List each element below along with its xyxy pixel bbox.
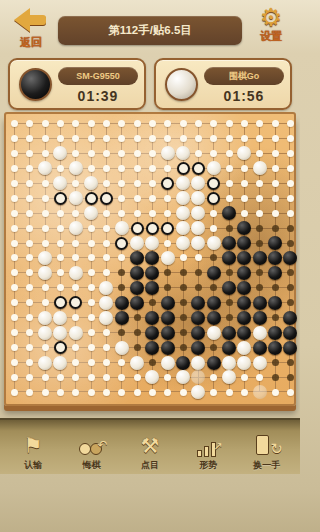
white-territory-dot (11, 240, 18, 247)
white-territory-dot (226, 195, 233, 202)
white-territory-dot (272, 150, 279, 157)
toolbar-label: 认输 (7, 459, 59, 471)
back-button[interactable]: 返回 (8, 6, 54, 52)
dead-black-stone (54, 341, 67, 354)
black-territory-dot (180, 329, 187, 336)
white-territory-dot (88, 389, 95, 396)
black-territory-dot (272, 314, 279, 321)
black-stone (283, 341, 297, 355)
white-stone (69, 266, 83, 280)
white-stone (253, 326, 267, 340)
white-territory-dot (226, 180, 233, 187)
black-stone (207, 266, 221, 280)
black-territory-dot (287, 240, 294, 247)
white-stone (161, 356, 175, 370)
black-stone (253, 341, 267, 355)
white-territory-dot (149, 165, 156, 172)
dead-black-stone (54, 192, 67, 205)
white-territory-dot (134, 389, 141, 396)
white-territory-dot (72, 240, 79, 247)
white-territory-dot (103, 135, 110, 142)
black-stone (268, 266, 282, 280)
white-territory-dot (149, 150, 156, 157)
white-territory-dot (42, 210, 49, 217)
black-stone (161, 311, 175, 325)
white-territory-dot (149, 180, 156, 187)
white-territory-dot (195, 135, 202, 142)
white-territory-dot (88, 120, 95, 127)
black-stone (253, 311, 267, 325)
white-territory-dot (88, 374, 95, 381)
dead-black-stone (207, 192, 220, 205)
white-territory-dot (72, 210, 79, 217)
dead-black-stone (100, 192, 113, 205)
white-territory-dot (210, 389, 217, 396)
white-territory-dot (42, 150, 49, 157)
white-territory-dot (226, 150, 233, 157)
black-stone (222, 326, 236, 340)
black-stone (268, 326, 282, 340)
black-stone (161, 296, 175, 310)
white-territory-dot (42, 135, 49, 142)
white-territory-dot (149, 195, 156, 202)
white-territory-dot (195, 150, 202, 157)
white-territory-dot (164, 389, 171, 396)
black-territory-dot (287, 225, 294, 232)
dead-black-stone (161, 222, 174, 235)
toolbar-label: 点目 (124, 459, 176, 471)
toolbar-button-2[interactable]: ↶悔棋 (66, 433, 118, 471)
white-stone (38, 326, 52, 340)
white-territory-dot (118, 389, 125, 396)
white-territory-dot (226, 165, 233, 172)
white-territory-dot (118, 195, 125, 202)
white-territory-dot (57, 120, 64, 127)
white-territory-dot (118, 210, 125, 217)
back-label: 返回 (8, 36, 54, 49)
black-territory-dot (226, 225, 233, 232)
white-territory-dot (103, 389, 110, 396)
white-territory-dot (195, 120, 202, 127)
black-territory-dot (272, 374, 279, 381)
white-territory-dot (134, 135, 141, 142)
white-territory-dot (272, 135, 279, 142)
white-territory-dot (241, 165, 248, 172)
black-territory-dot (226, 314, 233, 321)
black-stone (145, 341, 159, 355)
black-stone (253, 251, 267, 265)
black-territory-dot (180, 344, 187, 351)
white-territory-dot (103, 150, 110, 157)
toolbar-label: 形势 (182, 459, 234, 471)
white-territory-dot (210, 210, 217, 217)
black-territory-dot (272, 284, 279, 291)
black-territory-dot (287, 374, 294, 381)
white-territory-dot (287, 389, 294, 396)
toolbar-button-1[interactable]: ⚑认输 (7, 433, 59, 471)
dead-black-stone (146, 222, 159, 235)
black-stone (222, 341, 236, 355)
bottom-toolbar: ⚑认输↶悔棋⚒点目↗形势↻换一手 (0, 418, 300, 474)
white-territory-dot (57, 210, 64, 217)
white-territory-dot (42, 299, 49, 306)
white-territory-dot (11, 180, 18, 187)
white-territory-dot (226, 389, 233, 396)
white-stone (207, 326, 221, 340)
white-territory-dot (42, 240, 49, 247)
white-player-clock: 01:56 (204, 88, 284, 108)
white-territory-dot (287, 195, 294, 202)
black-stone (130, 266, 144, 280)
white-territory-dot (11, 135, 18, 142)
white-territory-dot (103, 240, 110, 247)
white-stone (191, 385, 205, 399)
white-territory-dot (241, 374, 248, 381)
black-territory-dot (256, 240, 263, 247)
black-stone (207, 296, 221, 310)
toolbar-label: 悔棋 (66, 459, 118, 471)
top-bar: 返回 第112手/贴6.5目 ⚙ 设置 (0, 0, 300, 56)
black-stone (161, 326, 175, 340)
black-territory-dot (226, 269, 233, 276)
white-territory-dot (241, 135, 248, 142)
black-territory-dot (272, 359, 279, 366)
black-stone (130, 296, 144, 310)
white-stone (69, 221, 83, 235)
white-stone (253, 161, 267, 175)
white-territory-dot (26, 389, 33, 396)
move-counter-title: 第112手/贴6.5目 (58, 16, 242, 45)
white-territory-dot (134, 374, 141, 381)
white-territory-dot (88, 314, 95, 321)
white-territory-dot (272, 195, 279, 202)
white-territory-dot (42, 195, 49, 202)
white-territory-dot (134, 150, 141, 157)
white-stone (69, 326, 83, 340)
toolbar-button-5[interactable]: ↻换一手 (241, 433, 293, 471)
ghost-white-stone (253, 385, 267, 399)
white-territory-dot (287, 210, 294, 217)
white-territory-dot (88, 150, 95, 157)
black-territory-dot (287, 284, 294, 291)
white-territory-dot (272, 180, 279, 187)
white-territory-dot (103, 210, 110, 217)
white-stone (207, 236, 221, 250)
white-stone (38, 311, 52, 325)
black-stone (222, 281, 236, 295)
black-stone (207, 311, 221, 325)
white-territory-dot (88, 329, 95, 336)
toolbar-button-3[interactable]: ⚒点目 (124, 433, 176, 471)
black-stone (268, 251, 282, 265)
black-stone (191, 341, 205, 355)
white-territory-dot (134, 165, 141, 172)
white-territory-dot (272, 120, 279, 127)
white-territory-dot (241, 120, 248, 127)
resign-flag-icon: ⚑ (7, 433, 59, 459)
black-stone (115, 296, 129, 310)
white-territory-dot (57, 240, 64, 247)
settings-label: 设置 (248, 30, 294, 43)
black-territory-dot (272, 225, 279, 232)
white-stone (38, 266, 52, 280)
white-territory-dot (272, 210, 279, 217)
white-territory-dot (149, 389, 156, 396)
white-territory-dot (272, 389, 279, 396)
white-stone (53, 356, 67, 370)
white-territory-dot (287, 180, 294, 187)
count-points-icon: ⚒ (124, 433, 176, 459)
white-stone (38, 356, 52, 370)
white-territory-dot (272, 165, 279, 172)
white-territory-dot (11, 150, 18, 157)
toolbar-label: 换一手 (241, 459, 293, 471)
white-territory-dot (164, 240, 171, 247)
white-territory-dot (26, 225, 33, 232)
white-territory-dot (26, 240, 33, 247)
black-territory-dot (180, 314, 187, 321)
white-territory-dot (42, 389, 49, 396)
black-player-clock: 01:39 (58, 88, 138, 108)
white-territory-dot (241, 210, 248, 217)
player-card-white: 围棋Go 01:56 (154, 58, 292, 110)
white-stone (69, 191, 83, 205)
dead-black-stone (115, 237, 128, 250)
white-territory-dot (11, 389, 18, 396)
white-territory-dot (103, 165, 110, 172)
white-stone (237, 356, 251, 370)
white-territory-dot (88, 359, 95, 366)
white-territory-dot (241, 195, 248, 202)
black-territory-dot (256, 225, 263, 232)
white-territory-dot (287, 135, 294, 142)
white-territory-dot (180, 120, 187, 127)
white-territory-dot (226, 135, 233, 142)
white-territory-dot (72, 389, 79, 396)
white-territory-dot (149, 120, 156, 127)
black-stone-avatar (19, 68, 52, 101)
white-territory-dot (134, 120, 141, 127)
white-territory-dot (287, 165, 294, 172)
dead-black-stone (131, 222, 144, 235)
white-stone (161, 251, 175, 265)
white-territory-dot (42, 344, 49, 351)
black-stone (115, 311, 129, 325)
white-territory-dot (88, 344, 95, 351)
dead-black-stone (85, 192, 98, 205)
white-territory-dot (134, 180, 141, 187)
black-stone (268, 296, 282, 310)
white-territory-dot (134, 195, 141, 202)
black-territory-dot (226, 299, 233, 306)
white-territory-dot (88, 165, 95, 172)
dead-black-stone (161, 177, 174, 190)
white-territory-dot (11, 165, 18, 172)
black-territory-dot (149, 359, 156, 366)
white-territory-dot (287, 120, 294, 127)
white-stone (130, 356, 144, 370)
black-stone (268, 341, 282, 355)
white-territory-dot (42, 180, 49, 187)
dead-black-stone (192, 162, 205, 175)
white-territory-dot (11, 359, 18, 366)
black-stone (253, 296, 267, 310)
white-territory-dot (103, 359, 110, 366)
black-territory-dot (287, 269, 294, 276)
black-stone (207, 356, 221, 370)
white-territory-dot (42, 374, 49, 381)
white-stone (38, 251, 52, 265)
white-territory-dot (42, 225, 49, 232)
white-stone (191, 356, 205, 370)
white-territory-dot (103, 225, 110, 232)
white-territory-dot (256, 195, 263, 202)
white-territory-dot (42, 120, 49, 127)
black-territory-dot (134, 329, 141, 336)
player-card-black: SM-G9550 01:39 (8, 58, 146, 110)
dead-black-stone (207, 177, 220, 190)
white-territory-dot (210, 225, 217, 232)
dead-black-stone (177, 162, 190, 175)
white-territory-dot (256, 180, 263, 187)
black-stone (283, 251, 297, 265)
white-territory-dot (103, 374, 110, 381)
white-stone (222, 356, 236, 370)
settings-button[interactable]: ⚙ 设置 (248, 4, 294, 54)
white-stone (207, 161, 221, 175)
swap-move-icon: ↻ (241, 433, 293, 459)
black-territory-dot (287, 299, 294, 306)
white-player-name: 围棋Go (204, 67, 284, 85)
white-territory-dot (287, 150, 294, 157)
white-territory-dot (11, 374, 18, 381)
white-territory-dot (226, 120, 233, 127)
white-territory-dot (57, 225, 64, 232)
white-territory-dot (180, 135, 187, 142)
white-territory-dot (164, 210, 171, 217)
black-territory-dot (287, 359, 294, 366)
gear-icon: ⚙ (260, 3, 282, 31)
black-territory-dot (134, 344, 141, 351)
black-territory-dot (134, 314, 141, 321)
black-stone (130, 251, 144, 265)
toolbar-button-4[interactable]: ↗形势 (182, 433, 234, 471)
black-stone (161, 341, 175, 355)
white-territory-dot (134, 210, 141, 217)
undo-stones-icon: ↶ (66, 433, 118, 459)
white-territory-dot (11, 225, 18, 232)
white-stone (115, 221, 129, 235)
white-territory-dot (164, 195, 171, 202)
black-stone (176, 356, 190, 370)
white-territory-dot (180, 389, 187, 396)
white-territory-dot (57, 374, 64, 381)
white-territory-dot (57, 135, 64, 142)
white-territory-dot (88, 284, 95, 291)
go-board[interactable] (4, 112, 296, 406)
white-territory-dot (103, 344, 110, 351)
black-stone (283, 311, 297, 325)
white-territory-dot (149, 210, 156, 217)
white-stone-avatar (165, 68, 198, 101)
white-territory-dot (57, 165, 64, 172)
white-territory-dot (256, 210, 263, 217)
white-territory-dot (11, 195, 18, 202)
black-territory-dot (180, 284, 187, 291)
white-territory-dot (88, 299, 95, 306)
black-territory-dot (180, 299, 187, 306)
white-territory-dot (11, 210, 18, 217)
white-territory-dot (26, 210, 33, 217)
white-territory-dot (11, 120, 18, 127)
white-territory-dot (103, 180, 110, 187)
white-stone (237, 341, 251, 355)
black-stone (222, 251, 236, 265)
white-territory-dot (88, 225, 95, 232)
white-territory-dot (26, 195, 33, 202)
white-stone (253, 356, 267, 370)
white-territory-dot (241, 389, 248, 396)
white-territory-dot (103, 120, 110, 127)
white-territory-dot (57, 389, 64, 396)
back-arrow-icon (14, 8, 48, 32)
white-territory-dot (241, 180, 248, 187)
white-territory-dot (42, 284, 49, 291)
black-stone (283, 326, 297, 340)
white-territory-dot (88, 135, 95, 142)
white-territory-dot (149, 135, 156, 142)
black-stone (130, 281, 144, 295)
black-player-name: SM-G9550 (58, 67, 138, 85)
situation-chart-icon: ↗ (182, 433, 234, 459)
white-territory-dot (88, 240, 95, 247)
white-stone (115, 341, 129, 355)
